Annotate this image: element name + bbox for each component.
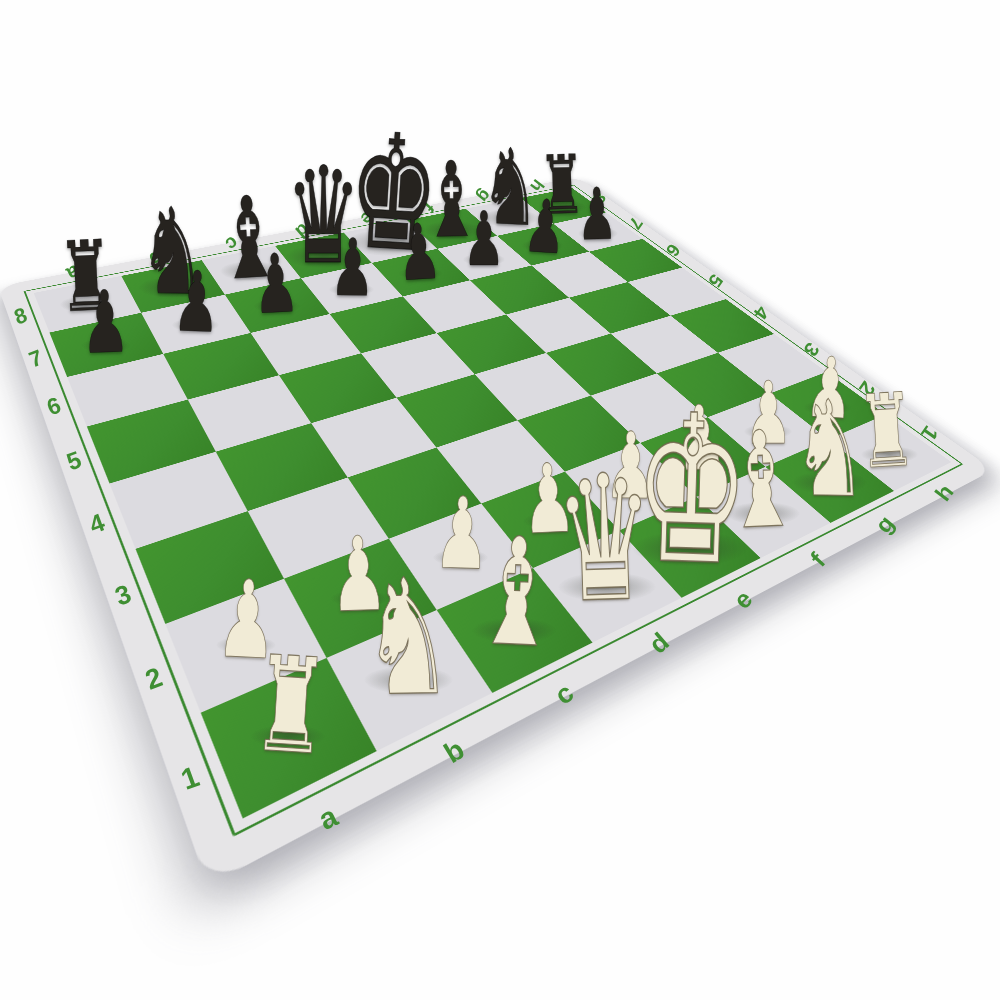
chess-board-grid [34,188,951,818]
vinyl-chess-mat [0,177,993,886]
chessboard-photo-scene: 1122334455667788aabbccddeeffgghh♜♞♝♛♚♝♞♜… [0,0,1000,1000]
